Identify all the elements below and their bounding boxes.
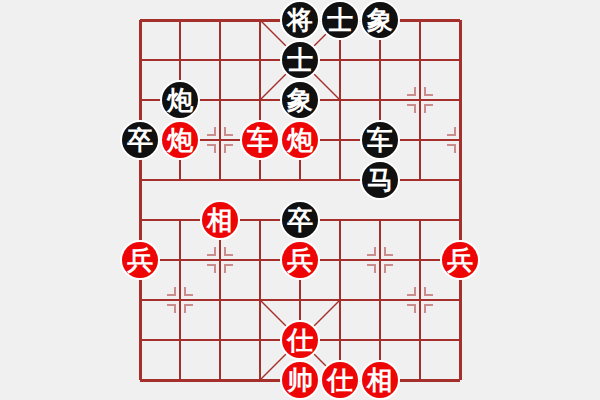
piece-black-soldier[interactable]: 卒: [120, 120, 160, 160]
piece-red-general[interactable]: 帅: [280, 360, 320, 400]
piece-black-chariot[interactable]: 车: [360, 120, 400, 160]
piece-red-soldier[interactable]: 兵: [280, 240, 320, 280]
piece-black-advisor[interactable]: 士: [280, 40, 320, 80]
piece-red-advisor[interactable]: 仕: [320, 360, 360, 400]
piece-red-cannon[interactable]: 炮: [280, 120, 320, 160]
piece-black-cannon[interactable]: 炮: [160, 80, 200, 120]
piece-red-soldier[interactable]: 兵: [120, 240, 160, 280]
piece-red-soldier[interactable]: 兵: [440, 240, 480, 280]
piece-black-soldier[interactable]: 卒: [280, 200, 320, 240]
piece-black-elephant[interactable]: 象: [360, 0, 400, 40]
piece-red-cannon[interactable]: 炮: [160, 120, 200, 160]
piece-red-chariot[interactable]: 车: [240, 120, 280, 160]
piece-red-elephant[interactable]: 相: [200, 200, 240, 240]
piece-red-advisor[interactable]: 仕: [280, 320, 320, 360]
piece-black-horse[interactable]: 马: [360, 160, 400, 200]
piece-black-general[interactable]: 将: [280, 0, 320, 40]
piece-black-advisor[interactable]: 士: [320, 0, 360, 40]
xiangqi-board[interactable]: 将士象士炮象卒车马卒炮车炮相兵兵兵仕帅仕相: [0, 0, 600, 400]
piece-red-elephant[interactable]: 相: [360, 360, 400, 400]
piece-black-elephant[interactable]: 象: [280, 80, 320, 120]
